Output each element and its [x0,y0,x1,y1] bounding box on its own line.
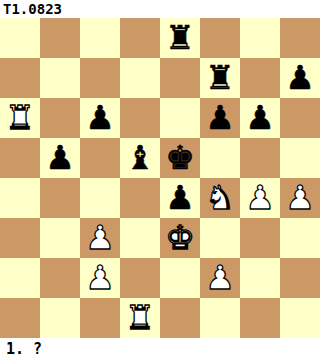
white-rook[interactable]: ♜ [5,98,35,138]
square-a1[interactable] [0,298,40,338]
white-pawn[interactable]: ♟ [85,258,115,298]
square-f5[interactable] [200,138,240,178]
chess-app-window: T1.0823 ♜♜♟♜♟♟♟♟♝♚♟♞♟♟♟♚♟♟♜ 1. ? [0,0,320,360]
square-b7[interactable] [40,58,80,98]
square-c1[interactable] [80,298,120,338]
square-h5[interactable] [280,138,320,178]
square-d8[interactable] [120,18,160,58]
square-g7[interactable] [240,58,280,98]
square-h7[interactable]: ♟ [280,58,320,98]
square-a7[interactable] [0,58,40,98]
square-a5[interactable] [0,138,40,178]
square-c4[interactable] [80,178,120,218]
square-b5[interactable]: ♟ [40,138,80,178]
square-f3[interactable] [200,218,240,258]
white-pawn[interactable]: ♟ [205,258,235,298]
move-prompt: 1. ? [6,338,42,360]
square-e2[interactable] [160,258,200,298]
square-c2[interactable]: ♟ [80,258,120,298]
square-b2[interactable] [40,258,80,298]
square-b1[interactable] [40,298,80,338]
square-d6[interactable] [120,98,160,138]
square-e5[interactable]: ♚ [160,138,200,178]
square-d5[interactable]: ♝ [120,138,160,178]
square-g3[interactable] [240,218,280,258]
square-b8[interactable] [40,18,80,58]
black-bishop[interactable]: ♝ [125,138,155,178]
square-a8[interactable] [0,18,40,58]
black-king[interactable]: ♚ [165,138,195,178]
square-g2[interactable] [240,258,280,298]
square-h6[interactable] [280,98,320,138]
status-bar: 1. ? [0,338,320,360]
square-c6[interactable]: ♟ [80,98,120,138]
square-c8[interactable] [80,18,120,58]
white-pawn[interactable]: ♟ [285,178,315,218]
square-e4[interactable]: ♟ [160,178,200,218]
square-b3[interactable] [40,218,80,258]
square-f2[interactable]: ♟ [200,258,240,298]
square-g1[interactable] [240,298,280,338]
square-h4[interactable]: ♟ [280,178,320,218]
square-c5[interactable] [80,138,120,178]
puzzle-id-label: T1.0823 [3,0,62,18]
square-e8[interactable]: ♜ [160,18,200,58]
square-h8[interactable] [280,18,320,58]
white-king[interactable]: ♚ [165,218,195,258]
square-f4[interactable]: ♞ [200,178,240,218]
black-pawn[interactable]: ♟ [285,58,315,98]
square-d3[interactable] [120,218,160,258]
square-b4[interactable] [40,178,80,218]
square-e3[interactable]: ♚ [160,218,200,258]
square-e7[interactable] [160,58,200,98]
square-h3[interactable] [280,218,320,258]
square-d7[interactable] [120,58,160,98]
square-c7[interactable] [80,58,120,98]
square-d1[interactable]: ♜ [120,298,160,338]
square-f8[interactable] [200,18,240,58]
white-knight[interactable]: ♞ [205,178,235,218]
square-h2[interactable] [280,258,320,298]
square-g5[interactable] [240,138,280,178]
square-a2[interactable] [0,258,40,298]
black-rook[interactable]: ♜ [205,58,235,98]
square-a6[interactable]: ♜ [0,98,40,138]
square-c3[interactable]: ♟ [80,218,120,258]
black-rook[interactable]: ♜ [165,18,195,58]
square-f6[interactable]: ♟ [200,98,240,138]
square-e1[interactable] [160,298,200,338]
black-pawn[interactable]: ♟ [85,98,115,138]
square-g8[interactable] [240,18,280,58]
black-pawn[interactable]: ♟ [245,98,275,138]
square-g6[interactable]: ♟ [240,98,280,138]
square-f1[interactable] [200,298,240,338]
square-a4[interactable] [0,178,40,218]
white-pawn[interactable]: ♟ [85,218,115,258]
square-a3[interactable] [0,218,40,258]
black-pawn[interactable]: ♟ [45,138,75,178]
square-e6[interactable] [160,98,200,138]
square-h1[interactable] [280,298,320,338]
square-d2[interactable] [120,258,160,298]
square-d4[interactable] [120,178,160,218]
black-pawn[interactable]: ♟ [165,178,195,218]
square-g4[interactable]: ♟ [240,178,280,218]
square-b6[interactable] [40,98,80,138]
white-pawn[interactable]: ♟ [245,178,275,218]
title-bar: T1.0823 [0,0,320,18]
square-f7[interactable]: ♜ [200,58,240,98]
chess-board: ♜♜♟♜♟♟♟♟♝♚♟♞♟♟♟♚♟♟♜ [0,18,320,338]
white-rook[interactable]: ♜ [125,298,155,338]
black-pawn[interactable]: ♟ [205,98,235,138]
